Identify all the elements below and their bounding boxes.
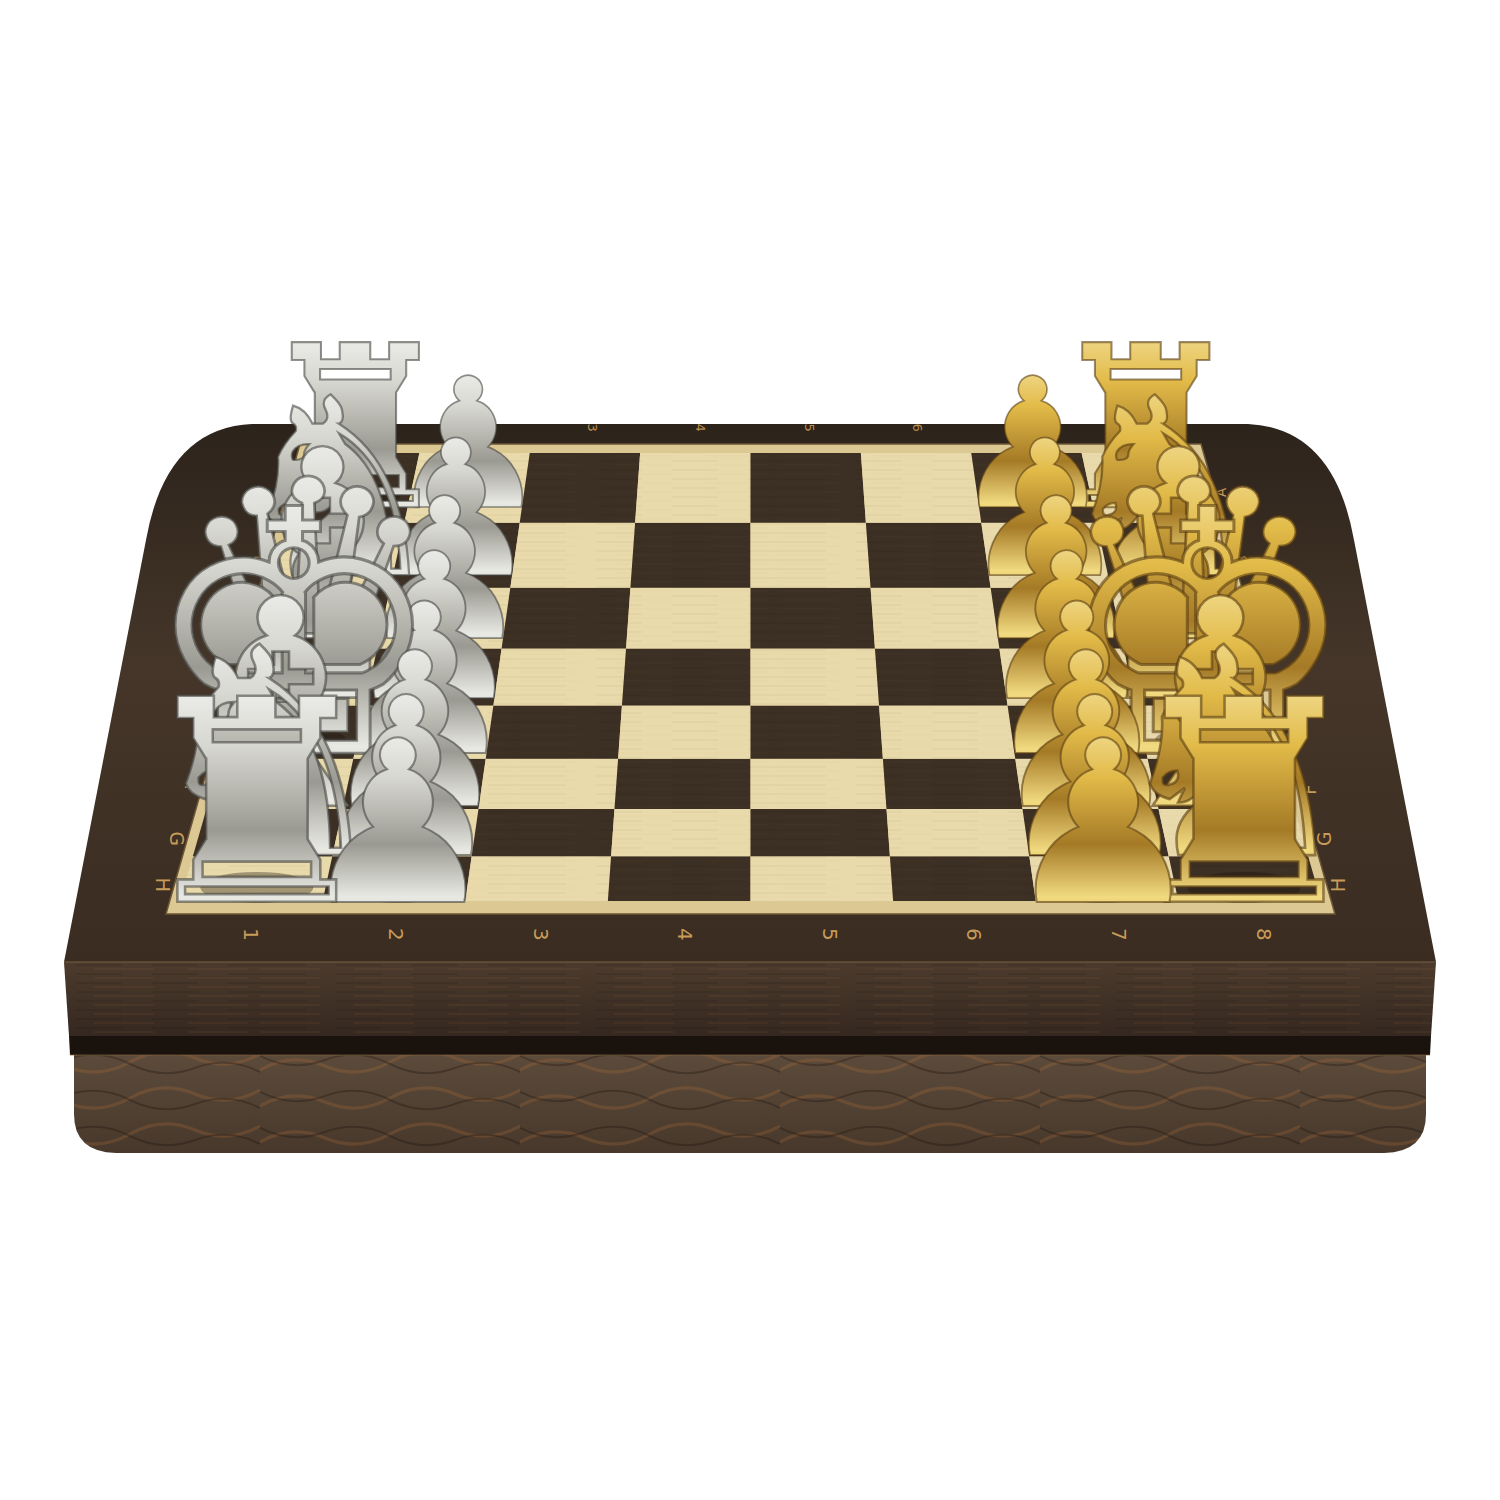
rank-label-front-3: 3 xyxy=(529,928,553,941)
box-lid-grain xyxy=(64,962,1436,1036)
rank-label-back-6: 6 xyxy=(910,424,925,432)
box-seam xyxy=(69,1036,1431,1055)
rank-label-back-5: 5 xyxy=(802,424,817,432)
rank-label-front-4: 4 xyxy=(673,928,697,941)
chess-set-photo: 1122334455667788HHGGFFEEDDCCBBAA♜♟♟♜♞♟♟♞… xyxy=(0,0,1500,1500)
rank-label-front-5: 5 xyxy=(818,928,842,941)
piece-black-pawn-h7[interactable]: ♟ xyxy=(1002,693,1204,955)
chess-scene-canvas: 1122334455667788HHGGFFEEDDCCBBAA♜♟♟♜♞♟♟♞… xyxy=(0,0,1500,1500)
rank-label-back-4: 4 xyxy=(693,424,708,432)
rank-label-front-6: 6 xyxy=(962,928,986,941)
wooden-box xyxy=(64,962,1436,1153)
rank-label-back-3: 3 xyxy=(585,424,600,432)
box-base-grain xyxy=(74,1055,1426,1153)
piece-white-rook-h1[interactable]: ♜ xyxy=(130,640,383,969)
